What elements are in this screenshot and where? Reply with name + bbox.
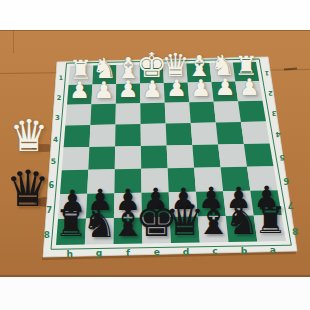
square-e8 <box>142 217 171 243</box>
rank-label-right-5: 5 <box>279 153 284 162</box>
rank-label-left-7: 7 <box>46 205 52 215</box>
square-e6 <box>141 168 169 192</box>
square-c3 <box>189 102 216 123</box>
rank-label-right-7: 7 <box>288 200 294 210</box>
rank-label-right-6: 6 <box>283 176 289 185</box>
square-c6 <box>194 167 223 191</box>
square-g8 <box>85 218 114 244</box>
square-g3 <box>90 104 116 125</box>
square-e1 <box>140 64 164 83</box>
rank-label-right-2: 2 <box>268 89 273 97</box>
file-label-b: b <box>241 246 248 256</box>
square-h5 <box>62 147 90 170</box>
square-d3 <box>165 102 191 123</box>
square-e7 <box>142 192 170 217</box>
square-c4 <box>191 123 218 145</box>
rank-label-left-5: 5 <box>51 157 56 166</box>
chess-board: 1234567812345678hgfedcba <box>0 0 310 310</box>
rank-label-left-4: 4 <box>53 135 58 144</box>
square-a8 <box>254 215 286 241</box>
square-b7 <box>223 191 254 216</box>
square-b6 <box>221 167 251 191</box>
square-b8 <box>226 216 257 242</box>
square-e2 <box>140 83 165 103</box>
square-b4 <box>216 122 244 144</box>
square-d5 <box>167 145 195 168</box>
square-f2 <box>116 83 140 103</box>
square-d4 <box>166 123 193 145</box>
square-d6 <box>168 168 196 192</box>
chess-set-photo: 1234567812345678hgfedcba ♜♞♝♚♛♝♞♜♟♟♟♟♟♟♟… <box>0 0 310 310</box>
square-e3 <box>140 103 165 124</box>
square-g4 <box>89 125 115 147</box>
square-a3 <box>238 101 266 122</box>
square-c5 <box>192 144 220 167</box>
square-a1 <box>233 62 259 81</box>
square-g5 <box>88 146 115 169</box>
square-f6 <box>114 169 141 193</box>
square-c2 <box>188 82 214 102</box>
rank-label-left-6: 6 <box>49 181 55 190</box>
square-h3 <box>65 104 91 125</box>
file-label-g: g <box>96 248 103 258</box>
square-b5 <box>218 144 247 167</box>
rank-label-left-1: 1 <box>59 74 63 81</box>
square-a7 <box>250 190 281 215</box>
square-f3 <box>116 103 141 124</box>
square-d8 <box>170 217 200 243</box>
square-c8 <box>198 216 229 242</box>
square-f5 <box>115 146 141 169</box>
square-f7 <box>114 193 142 218</box>
square-h7 <box>58 194 87 219</box>
square-a6 <box>247 166 278 190</box>
square-c1 <box>186 63 211 82</box>
square-g2 <box>91 84 116 104</box>
square-e5 <box>141 145 168 168</box>
square-e4 <box>141 124 167 146</box>
square-a5 <box>244 143 274 166</box>
square-b3 <box>214 101 241 122</box>
rank-label-right-4: 4 <box>275 130 280 139</box>
square-a2 <box>235 81 262 101</box>
square-c7 <box>196 191 226 216</box>
square-d7 <box>169 192 198 217</box>
square-h1 <box>69 66 94 85</box>
square-g7 <box>86 193 114 218</box>
square-b1 <box>210 63 236 82</box>
rank-label-right-1: 1 <box>265 70 269 77</box>
file-label-d: d <box>183 247 190 257</box>
rank-label-left-2: 2 <box>57 94 62 102</box>
rank-label-left-3: 3 <box>55 114 60 122</box>
square-g6 <box>87 169 115 193</box>
square-d2 <box>164 82 189 102</box>
file-label-a: a <box>270 245 276 255</box>
rank-label-right-3: 3 <box>271 109 276 117</box>
square-h2 <box>67 84 92 104</box>
file-label-c: c <box>212 246 217 256</box>
rank-label-right-8: 8 <box>292 226 298 236</box>
file-label-h: h <box>67 249 73 259</box>
square-f8 <box>114 218 143 244</box>
square-g1 <box>92 65 116 84</box>
square-h6 <box>60 170 88 194</box>
square-f1 <box>116 65 140 84</box>
square-h4 <box>64 125 91 147</box>
square-f4 <box>115 124 141 146</box>
file-label-e: e <box>154 247 160 257</box>
square-d1 <box>163 64 188 83</box>
square-b2 <box>212 81 239 101</box>
square-a4 <box>241 122 270 144</box>
rank-label-left-8: 8 <box>44 230 50 240</box>
square-h8 <box>56 219 86 245</box>
